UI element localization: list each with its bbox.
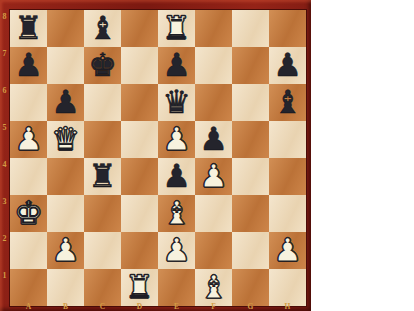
rank-label-2: 2 (0, 231, 9, 268)
file-label-h: H (269, 303, 306, 311)
square-d7[interactable] (121, 47, 158, 84)
square-a2[interactable] (10, 232, 47, 269)
square-f6[interactable] (195, 84, 232, 121)
square-f5[interactable]: ♟ (195, 121, 232, 158)
black-pawn: ♟ (158, 47, 195, 84)
square-b4[interactable] (47, 158, 84, 195)
square-f4[interactable]: ♟ (195, 158, 232, 195)
rank-label-6: 6 (0, 83, 9, 120)
black-bishop: ♝ (84, 10, 121, 47)
page: 87654321 ♜♝♜♟♚♟♟♟♛♝♟♛♟♟♜♟♟♚♝♟♟♟♜♝ ABCDEF… (0, 0, 414, 311)
square-c3[interactable] (84, 195, 121, 232)
file-label-f: F (195, 303, 232, 311)
square-e2[interactable]: ♟ (158, 232, 195, 269)
square-h7[interactable]: ♟ (269, 47, 306, 84)
square-b1[interactable] (47, 269, 84, 306)
black-pawn: ♟ (10, 47, 47, 84)
file-labels: ABCDEFGH (10, 303, 306, 311)
square-b5[interactable]: ♛ (47, 121, 84, 158)
square-b3[interactable] (47, 195, 84, 232)
white-king: ♚ (10, 195, 47, 232)
square-g7[interactable] (232, 47, 269, 84)
square-h5[interactable] (269, 121, 306, 158)
square-f3[interactable] (195, 195, 232, 232)
file-label-c: C (84, 303, 121, 311)
square-h1[interactable] (269, 269, 306, 306)
square-d6[interactable] (121, 84, 158, 121)
square-c2[interactable] (84, 232, 121, 269)
square-a4[interactable] (10, 158, 47, 195)
rank-label-1: 1 (0, 268, 9, 305)
chess-board: ♜♝♜♟♚♟♟♟♛♝♟♛♟♟♜♟♟♚♝♟♟♟♜♝ (9, 9, 307, 307)
black-rook: ♜ (10, 10, 47, 47)
white-pawn: ♟ (269, 232, 306, 269)
black-rook: ♜ (84, 158, 121, 195)
square-g3[interactable] (232, 195, 269, 232)
rank-label-4: 4 (0, 157, 9, 194)
square-g2[interactable] (232, 232, 269, 269)
square-a3[interactable]: ♚ (10, 195, 47, 232)
square-b8[interactable] (47, 10, 84, 47)
square-e7[interactable]: ♟ (158, 47, 195, 84)
square-c6[interactable] (84, 84, 121, 121)
square-a7[interactable]: ♟ (10, 47, 47, 84)
square-h4[interactable] (269, 158, 306, 195)
file-label-e: E (158, 303, 195, 311)
square-b6[interactable]: ♟ (47, 84, 84, 121)
square-b7[interactable] (47, 47, 84, 84)
square-e6[interactable]: ♛ (158, 84, 195, 121)
square-g1[interactable] (232, 269, 269, 306)
black-queen: ♛ (158, 84, 195, 121)
square-c5[interactable] (84, 121, 121, 158)
chess-board-frame: 87654321 ♜♝♜♟♚♟♟♟♛♝♟♛♟♟♜♟♟♚♝♟♟♟♜♝ ABCDEF… (0, 0, 311, 311)
white-rook: ♜ (121, 269, 158, 306)
square-e8[interactable]: ♜ (158, 10, 195, 47)
white-bishop: ♝ (158, 195, 195, 232)
rank-label-8: 8 (0, 9, 9, 46)
square-d3[interactable] (121, 195, 158, 232)
square-f1[interactable]: ♝ (195, 269, 232, 306)
rank-labels: 87654321 (0, 9, 9, 305)
square-g6[interactable] (232, 84, 269, 121)
file-label-b: B (47, 303, 84, 311)
rank-label-7: 7 (0, 46, 9, 83)
white-queen: ♛ (47, 121, 84, 158)
square-h8[interactable] (269, 10, 306, 47)
file-label-d: D (121, 303, 158, 311)
square-d2[interactable] (121, 232, 158, 269)
white-bishop: ♝ (195, 269, 232, 306)
white-pawn: ♟ (158, 121, 195, 158)
square-a1[interactable] (10, 269, 47, 306)
white-pawn: ♟ (47, 232, 84, 269)
square-e4[interactable]: ♟ (158, 158, 195, 195)
square-g5[interactable] (232, 121, 269, 158)
file-label-g: G (232, 303, 269, 311)
square-e1[interactable] (158, 269, 195, 306)
black-pawn: ♟ (195, 121, 232, 158)
square-c1[interactable] (84, 269, 121, 306)
square-h6[interactable]: ♝ (269, 84, 306, 121)
black-pawn: ♟ (47, 84, 84, 121)
square-f2[interactable] (195, 232, 232, 269)
black-bishop: ♝ (269, 84, 306, 121)
square-a5[interactable]: ♟ (10, 121, 47, 158)
square-a6[interactable] (10, 84, 47, 121)
rank-label-3: 3 (0, 194, 9, 231)
rank-label-5: 5 (0, 120, 9, 157)
square-c7[interactable]: ♚ (84, 47, 121, 84)
square-d4[interactable] (121, 158, 158, 195)
file-label-a: A (10, 303, 47, 311)
white-pawn: ♟ (158, 232, 195, 269)
square-b2[interactable]: ♟ (47, 232, 84, 269)
square-a8[interactable]: ♜ (10, 10, 47, 47)
white-pawn: ♟ (195, 158, 232, 195)
square-f8[interactable] (195, 10, 232, 47)
square-c4[interactable]: ♜ (84, 158, 121, 195)
white-rook: ♜ (158, 10, 195, 47)
white-pawn: ♟ (10, 121, 47, 158)
square-g4[interactable] (232, 158, 269, 195)
square-g8[interactable] (232, 10, 269, 47)
square-e5[interactable]: ♟ (158, 121, 195, 158)
square-h2[interactable]: ♟ (269, 232, 306, 269)
square-e3[interactable]: ♝ (158, 195, 195, 232)
square-h3[interactable] (269, 195, 306, 232)
black-king: ♚ (84, 47, 121, 84)
square-c8[interactable]: ♝ (84, 10, 121, 47)
square-d8[interactable] (121, 10, 158, 47)
square-f7[interactable] (195, 47, 232, 84)
black-pawn: ♟ (158, 158, 195, 195)
square-d5[interactable] (121, 121, 158, 158)
black-pawn: ♟ (269, 47, 306, 84)
square-d1[interactable]: ♜ (121, 269, 158, 306)
